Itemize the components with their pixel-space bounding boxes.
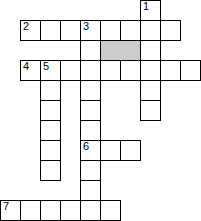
clue-number-2: 2 bbox=[23, 21, 29, 32]
cell-r5-c4[interactable] bbox=[80, 100, 101, 121]
cell-r7-c2[interactable] bbox=[40, 140, 61, 161]
clue-number-6: 6 bbox=[83, 141, 89, 152]
cell-r3-c6[interactable] bbox=[120, 60, 141, 81]
cell-r3-c8[interactable] bbox=[160, 60, 181, 81]
cell-r2-c7[interactable] bbox=[140, 40, 161, 61]
cell-r7-c4[interactable]: 6 bbox=[80, 140, 101, 161]
cell-r3-c2[interactable]: 5 bbox=[40, 60, 61, 81]
cell-r1-c2[interactable] bbox=[40, 20, 61, 41]
cell-r6-c4[interactable] bbox=[80, 120, 101, 141]
cell-r4-c4[interactable] bbox=[80, 80, 101, 101]
cell-r10-c2[interactable] bbox=[40, 200, 61, 221]
cell-r1-c5[interactable] bbox=[100, 20, 121, 41]
cell-r1-c8[interactable] bbox=[160, 20, 181, 41]
cell-r10-c4[interactable] bbox=[80, 200, 101, 221]
crossword-board: 1234567 bbox=[0, 0, 201, 221]
cell-r10-c5[interactable] bbox=[100, 200, 121, 221]
clue-number-1: 1 bbox=[143, 1, 149, 12]
cell-r1-c7[interactable] bbox=[140, 20, 161, 41]
cell-r5-c2[interactable] bbox=[40, 100, 61, 121]
cell-r10-c0[interactable]: 7 bbox=[0, 200, 21, 221]
clue-number-7: 7 bbox=[3, 201, 9, 212]
clue-number-5: 5 bbox=[43, 61, 49, 72]
cell-r4-c2[interactable] bbox=[40, 80, 61, 101]
cell-r0-c7[interactable]: 1 bbox=[140, 0, 161, 21]
cell-r8-c2[interactable] bbox=[40, 160, 61, 181]
cell-r3-c1[interactable]: 4 bbox=[20, 60, 41, 81]
cell-r1-c6[interactable] bbox=[120, 20, 141, 41]
cell-r1-c1[interactable]: 2 bbox=[20, 20, 41, 41]
cell-r7-c5[interactable] bbox=[100, 140, 121, 161]
cell-r4-c7[interactable] bbox=[140, 80, 161, 101]
clue-number-3: 3 bbox=[83, 21, 89, 32]
cell-r3-c3[interactable] bbox=[60, 60, 81, 81]
cell-r10-c1[interactable] bbox=[20, 200, 41, 221]
cell-r3-c9[interactable] bbox=[180, 60, 201, 81]
clue-number-4: 4 bbox=[23, 61, 29, 72]
cell-r2-c4[interactable] bbox=[80, 40, 101, 61]
cell-r10-c3[interactable] bbox=[60, 200, 81, 221]
cell-r1-c4[interactable]: 3 bbox=[80, 20, 101, 41]
cell-r3-c4[interactable] bbox=[80, 60, 101, 81]
cell-r9-c4[interactable] bbox=[80, 180, 101, 201]
cell-r1-c3[interactable] bbox=[60, 20, 81, 41]
cell-r7-c6[interactable] bbox=[120, 140, 141, 161]
cell-r3-c5[interactable] bbox=[100, 60, 121, 81]
cell-r8-c4[interactable] bbox=[80, 160, 101, 181]
cell-r6-c2[interactable] bbox=[40, 120, 61, 141]
cell-r5-c7[interactable] bbox=[140, 100, 161, 121]
cell-r3-c7[interactable] bbox=[140, 60, 161, 81]
shaded-block bbox=[100, 40, 141, 61]
